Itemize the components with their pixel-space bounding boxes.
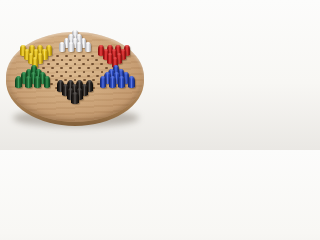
board-hole[interactable] [65,71,68,73]
peg-blue[interactable] [100,76,107,88]
board-hole[interactable] [50,83,53,85]
peg-black[interactable] [71,92,78,105]
board-hole[interactable] [78,59,81,61]
peg-white[interactable] [85,42,91,52]
board-hole[interactable] [60,67,63,69]
board-hole[interactable] [47,63,50,65]
board-hole[interactable] [42,67,45,69]
board-hole[interactable] [100,63,103,65]
board-hole[interactable] [92,79,95,81]
pegs-layer [0,0,150,150]
board-hole[interactable] [87,59,90,61]
board-hole[interactable] [92,87,95,89]
product-photo [0,0,150,150]
peg-white[interactable] [76,42,82,52]
board-hole[interactable] [105,67,108,69]
peg-green[interactable] [25,76,32,88]
board-hole[interactable] [92,71,95,73]
board-hole[interactable] [95,59,98,61]
board-hole[interactable] [74,55,77,57]
board-hole[interactable] [101,71,104,73]
board-hole[interactable] [74,63,77,65]
board-hole[interactable] [60,75,63,77]
board-hole[interactable] [78,75,81,77]
board-hole[interactable] [69,75,72,77]
peg-blue[interactable] [118,76,125,88]
board-hole[interactable] [87,75,90,77]
board-hole[interactable] [91,55,94,57]
board-hole[interactable] [78,67,81,69]
peg-green[interactable] [15,76,22,88]
board-hole[interactable] [87,67,90,69]
peg-green[interactable] [44,76,51,88]
peg-blue[interactable] [109,76,116,88]
board-hole[interactable] [51,67,54,69]
board-hole[interactable] [65,55,68,57]
peg-white[interactable] [68,42,74,52]
board-hole[interactable] [47,71,50,73]
board-hole[interactable] [52,59,55,61]
board-hole[interactable] [69,59,72,61]
board-hole[interactable] [74,71,77,73]
board-hole[interactable] [83,79,86,81]
board-hole[interactable] [56,63,59,65]
board-hole[interactable] [51,75,54,77]
board-hole[interactable] [96,67,99,69]
board-hole[interactable] [56,71,59,73]
peg-white[interactable] [59,42,65,52]
board-hole[interactable] [82,63,85,65]
peg-green[interactable] [34,76,41,88]
board-hole[interactable] [91,63,94,65]
board-hole[interactable] [64,79,67,81]
board-hole[interactable] [96,75,99,77]
board-hole[interactable] [65,63,68,65]
board-hole[interactable] [61,59,64,61]
board-hole[interactable] [56,55,59,57]
peg-blue[interactable] [128,76,135,88]
board-hole[interactable] [82,55,85,57]
board-hole[interactable] [83,71,86,73]
board-hole[interactable] [69,67,72,69]
